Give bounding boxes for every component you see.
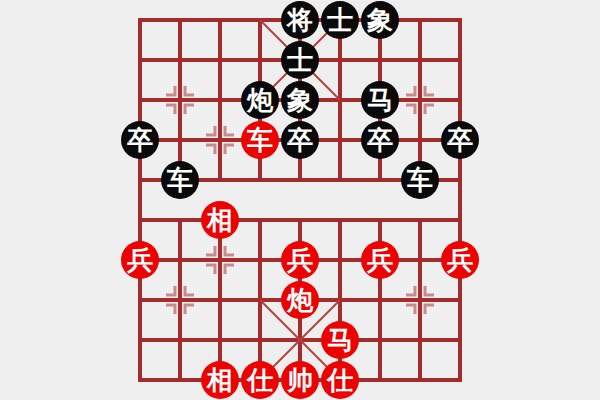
black-soldier[interactable]: 卒 (281, 121, 319, 159)
xiangqi-board-screenshot: 将士象士炮象马卒车卒卒卒车车相兵兵兵兵炮马相仕帅仕 (0, 0, 600, 400)
black-chariot[interactable]: 车 (161, 161, 199, 199)
black-chariot[interactable]: 车 (401, 161, 439, 199)
red-soldier[interactable]: 兵 (121, 241, 159, 279)
red-soldier[interactable]: 兵 (281, 241, 319, 279)
red-elephant[interactable]: 相 (201, 201, 239, 239)
red-elephant[interactable]: 相 (201, 361, 239, 399)
black-elephant[interactable]: 象 (361, 1, 399, 39)
red-chariot[interactable]: 车 (241, 121, 279, 159)
black-advisor[interactable]: 士 (321, 1, 359, 39)
black-general[interactable]: 将 (281, 1, 319, 39)
black-advisor[interactable]: 士 (281, 41, 319, 79)
red-horse[interactable]: 马 (321, 321, 359, 359)
red-cannon[interactable]: 炮 (281, 281, 319, 319)
black-soldier[interactable]: 卒 (441, 121, 479, 159)
black-cannon[interactable]: 炮 (241, 81, 279, 119)
black-horse[interactable]: 马 (361, 81, 399, 119)
black-elephant[interactable]: 象 (281, 81, 319, 119)
black-soldier[interactable]: 卒 (121, 121, 159, 159)
black-soldier[interactable]: 卒 (361, 121, 399, 159)
red-advisor[interactable]: 仕 (321, 361, 359, 399)
red-soldier[interactable]: 兵 (441, 241, 479, 279)
red-advisor[interactable]: 仕 (241, 361, 279, 399)
red-soldier[interactable]: 兵 (361, 241, 399, 279)
pieces-layer: 将士象士炮象马卒车卒卒卒车车相兵兵兵兵炮马相仕帅仕 (120, 0, 480, 400)
red-general[interactable]: 帅 (281, 361, 319, 399)
